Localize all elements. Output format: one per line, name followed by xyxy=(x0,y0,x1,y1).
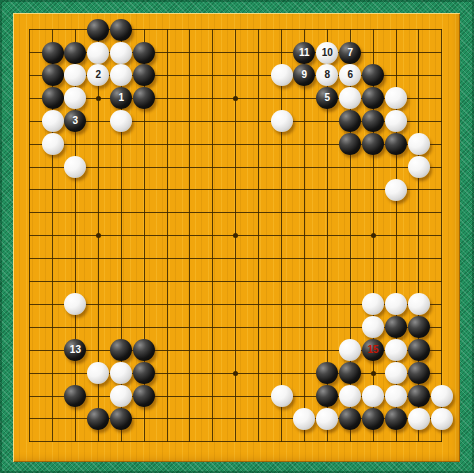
black-stone[interactable] xyxy=(408,362,430,384)
white-stone[interactable] xyxy=(385,362,407,384)
star-point xyxy=(96,96,101,101)
black-stone[interactable] xyxy=(64,385,86,407)
white-stone[interactable] xyxy=(42,133,64,155)
white-stone[interactable]: 6 xyxy=(339,64,361,86)
black-stone[interactable] xyxy=(316,362,338,384)
white-stone[interactable] xyxy=(385,110,407,132)
white-stone[interactable] xyxy=(431,385,453,407)
white-stone[interactable] xyxy=(339,339,361,361)
black-stone[interactable] xyxy=(408,385,430,407)
white-stone[interactable] xyxy=(339,385,361,407)
black-stone[interactable]: 15 xyxy=(362,339,384,361)
black-stone[interactable]: 1 xyxy=(110,87,132,109)
white-stone[interactable] xyxy=(64,293,86,315)
white-stone[interactable] xyxy=(408,156,430,178)
goban-grid: 1110729861531315 xyxy=(0,0,474,473)
move-number-label: 5 xyxy=(325,93,331,103)
black-stone[interactable] xyxy=(339,362,361,384)
white-stone[interactable] xyxy=(110,362,132,384)
star-point xyxy=(233,96,238,101)
move-number-label: 2 xyxy=(96,70,102,80)
black-stone[interactable] xyxy=(64,42,86,64)
move-number-label: 6 xyxy=(347,70,353,80)
black-stone[interactable] xyxy=(339,110,361,132)
black-stone[interactable] xyxy=(110,339,132,361)
white-stone[interactable] xyxy=(362,385,384,407)
white-stone[interactable] xyxy=(110,64,132,86)
black-stone[interactable] xyxy=(133,385,155,407)
grid-line xyxy=(29,258,442,259)
grid-line xyxy=(281,29,282,442)
white-stone[interactable] xyxy=(271,64,293,86)
white-stone[interactable] xyxy=(64,87,86,109)
star-point xyxy=(371,233,376,238)
white-stone[interactable]: 2 xyxy=(87,64,109,86)
black-stone[interactable] xyxy=(362,87,384,109)
black-stone[interactable] xyxy=(133,362,155,384)
white-stone[interactable] xyxy=(87,42,109,64)
black-stone[interactable]: 13 xyxy=(64,339,86,361)
black-stone[interactable] xyxy=(385,408,407,430)
white-stone[interactable] xyxy=(293,408,315,430)
white-stone[interactable] xyxy=(271,385,293,407)
black-stone[interactable]: 3 xyxy=(64,110,86,132)
board-frame: 1110729861531315 xyxy=(0,0,474,473)
move-number-label: 7 xyxy=(347,48,353,58)
white-stone[interactable]: 8 xyxy=(316,64,338,86)
white-stone[interactable] xyxy=(110,42,132,64)
black-stone[interactable] xyxy=(408,339,430,361)
grid-line xyxy=(441,29,442,442)
black-stone[interactable] xyxy=(133,64,155,86)
white-stone[interactable] xyxy=(110,385,132,407)
grid-line xyxy=(258,29,259,442)
black-stone[interactable] xyxy=(133,42,155,64)
white-stone[interactable] xyxy=(385,293,407,315)
black-stone[interactable] xyxy=(408,316,430,338)
grid-line xyxy=(29,281,442,282)
last-move-number-label: 15 xyxy=(368,345,379,355)
star-point xyxy=(96,233,101,238)
black-stone[interactable] xyxy=(385,133,407,155)
black-stone[interactable] xyxy=(362,133,384,155)
black-stone[interactable] xyxy=(316,385,338,407)
white-stone[interactable] xyxy=(271,110,293,132)
white-stone[interactable] xyxy=(385,179,407,201)
black-stone[interactable] xyxy=(87,408,109,430)
white-stone[interactable] xyxy=(316,408,338,430)
black-stone[interactable]: 5 xyxy=(316,87,338,109)
black-stone[interactable] xyxy=(133,339,155,361)
black-stone[interactable] xyxy=(362,110,384,132)
white-stone[interactable] xyxy=(408,133,430,155)
star-point xyxy=(233,233,238,238)
white-stone[interactable] xyxy=(385,385,407,407)
black-stone[interactable] xyxy=(42,87,64,109)
move-number-label: 3 xyxy=(73,116,79,126)
white-stone[interactable]: 10 xyxy=(316,42,338,64)
white-stone[interactable] xyxy=(339,87,361,109)
white-stone[interactable] xyxy=(408,408,430,430)
white-stone[interactable] xyxy=(431,408,453,430)
black-stone[interactable] xyxy=(362,408,384,430)
black-stone[interactable] xyxy=(362,64,384,86)
white-stone[interactable] xyxy=(64,64,86,86)
white-stone[interactable] xyxy=(64,156,86,178)
black-stone[interactable] xyxy=(42,64,64,86)
white-stone[interactable] xyxy=(110,110,132,132)
move-number-label: 11 xyxy=(299,48,310,58)
black-stone[interactable] xyxy=(110,408,132,430)
star-point xyxy=(233,371,238,376)
black-stone[interactable] xyxy=(339,133,361,155)
black-stone[interactable] xyxy=(385,316,407,338)
grid-line xyxy=(29,441,442,442)
white-stone[interactable] xyxy=(385,87,407,109)
white-stone[interactable] xyxy=(87,362,109,384)
white-stone[interactable] xyxy=(385,339,407,361)
black-stone[interactable]: 7 xyxy=(339,42,361,64)
black-stone[interactable]: 11 xyxy=(293,42,315,64)
grid-line xyxy=(304,29,305,442)
white-stone[interactable] xyxy=(408,293,430,315)
move-number-label: 9 xyxy=(302,70,308,80)
white-stone[interactable] xyxy=(42,110,64,132)
black-stone[interactable] xyxy=(339,408,361,430)
star-point xyxy=(371,371,376,376)
move-number-label: 13 xyxy=(70,345,81,355)
black-stone[interactable]: 9 xyxy=(293,64,315,86)
black-stone[interactable] xyxy=(110,19,132,41)
move-number-label: 1 xyxy=(118,93,124,103)
white-stone[interactable] xyxy=(362,316,384,338)
white-stone[interactable] xyxy=(362,293,384,315)
move-number-label: 10 xyxy=(322,48,333,58)
move-number-label: 8 xyxy=(325,70,331,80)
black-stone[interactable] xyxy=(87,19,109,41)
black-stone[interactable] xyxy=(42,42,64,64)
black-stone[interactable] xyxy=(133,87,155,109)
